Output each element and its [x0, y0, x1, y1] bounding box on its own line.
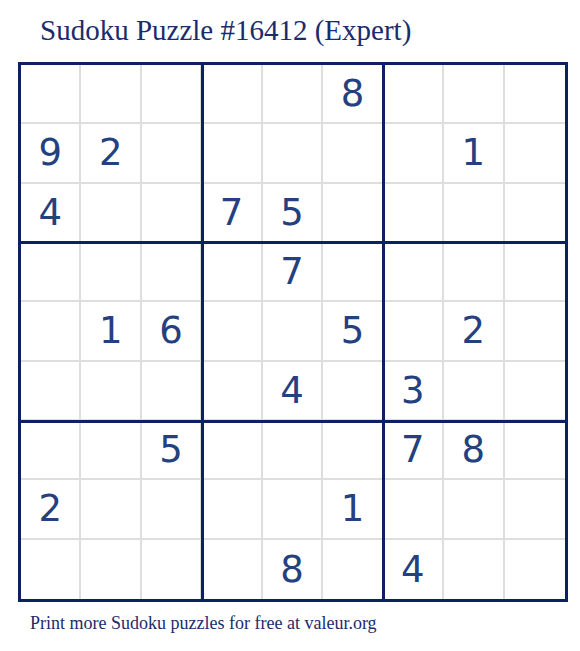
cell-r8c5[interactable]: [263, 480, 323, 539]
cell-r8c1: 2: [21, 480, 81, 539]
cell-r3c6[interactable]: [323, 184, 383, 243]
cell-r1c4[interactable]: [202, 65, 262, 124]
cell-r6c3[interactable]: [142, 362, 202, 421]
cell-r9c6[interactable]: [323, 540, 383, 599]
cell-r1c1[interactable]: [21, 65, 81, 124]
cell-r5c2: 1: [81, 302, 141, 361]
cell-r2c3[interactable]: [142, 124, 202, 183]
cell-r8c8[interactable]: [444, 480, 504, 539]
cell-r4c3[interactable]: [142, 243, 202, 302]
cell-r1c8[interactable]: [444, 65, 504, 124]
cell-r9c1[interactable]: [21, 540, 81, 599]
cell-r9c9[interactable]: [505, 540, 565, 599]
cell-r7c7: 7: [384, 421, 444, 480]
cell-r5c4[interactable]: [202, 302, 262, 361]
cell-r5c1[interactable]: [21, 302, 81, 361]
cell-r2c7[interactable]: [384, 124, 444, 183]
cell-r7c8: 8: [444, 421, 504, 480]
cell-r2c1: 9: [21, 124, 81, 183]
cell-r1c3[interactable]: [142, 65, 202, 124]
cell-r3c4: 7: [202, 184, 262, 243]
cell-r4c7[interactable]: [384, 243, 444, 302]
cell-r4c9[interactable]: [505, 243, 565, 302]
cell-r5c5[interactable]: [263, 302, 323, 361]
cell-r7c3: 5: [142, 421, 202, 480]
cell-r2c8: 1: [444, 124, 504, 183]
cell-r3c9[interactable]: [505, 184, 565, 243]
cell-r7c9[interactable]: [505, 421, 565, 480]
cell-r8c9[interactable]: [505, 480, 565, 539]
sudoku-board: 892147571652435782184: [18, 62, 568, 602]
cell-r6c2[interactable]: [81, 362, 141, 421]
cell-r6c1[interactable]: [21, 362, 81, 421]
cell-r3c2[interactable]: [81, 184, 141, 243]
cell-r1c9[interactable]: [505, 65, 565, 124]
cell-r5c3: 6: [142, 302, 202, 361]
cell-r2c5[interactable]: [263, 124, 323, 183]
cell-r4c1[interactable]: [21, 243, 81, 302]
cell-r6c8[interactable]: [444, 362, 504, 421]
cell-r5c7[interactable]: [384, 302, 444, 361]
cell-r6c4[interactable]: [202, 362, 262, 421]
cell-r4c2[interactable]: [81, 243, 141, 302]
cell-r3c8[interactable]: [444, 184, 504, 243]
cell-r2c6[interactable]: [323, 124, 383, 183]
cell-r1c6: 8: [323, 65, 383, 124]
cell-r3c5: 5: [263, 184, 323, 243]
cell-r8c7[interactable]: [384, 480, 444, 539]
cell-r5c8: 2: [444, 302, 504, 361]
cell-r1c5[interactable]: [263, 65, 323, 124]
cell-r7c2[interactable]: [81, 421, 141, 480]
cell-r6c7: 3: [384, 362, 444, 421]
cell-r1c2[interactable]: [81, 65, 141, 124]
cell-r4c8[interactable]: [444, 243, 504, 302]
cell-r1c7[interactable]: [384, 65, 444, 124]
cell-r5c6: 5: [323, 302, 383, 361]
cell-r9c7: 4: [384, 540, 444, 599]
cell-r4c6[interactable]: [323, 243, 383, 302]
cell-r7c6[interactable]: [323, 421, 383, 480]
cell-r9c4[interactable]: [202, 540, 262, 599]
cell-r6c6[interactable]: [323, 362, 383, 421]
cell-r3c1: 4: [21, 184, 81, 243]
cell-r7c4[interactable]: [202, 421, 262, 480]
footer-text: Print more Sudoku puzzles for free at va…: [30, 613, 377, 635]
cell-r2c4[interactable]: [202, 124, 262, 183]
cell-r7c1[interactable]: [21, 421, 81, 480]
cell-r8c4[interactable]: [202, 480, 262, 539]
page-title: Sudoku Puzzle #16412 (Expert): [40, 16, 411, 45]
cell-r5c9[interactable]: [505, 302, 565, 361]
cell-r3c3[interactable]: [142, 184, 202, 243]
cell-r9c2[interactable]: [81, 540, 141, 599]
cell-r2c9[interactable]: [505, 124, 565, 183]
cell-r8c3[interactable]: [142, 480, 202, 539]
cell-r9c5: 8: [263, 540, 323, 599]
cell-r8c2[interactable]: [81, 480, 141, 539]
cell-r8c6: 1: [323, 480, 383, 539]
cell-r9c3[interactable]: [142, 540, 202, 599]
cell-r4c4[interactable]: [202, 243, 262, 302]
cell-r3c7[interactable]: [384, 184, 444, 243]
cell-r2c2: 2: [81, 124, 141, 183]
cell-r6c9[interactable]: [505, 362, 565, 421]
cell-r9c8[interactable]: [444, 540, 504, 599]
cell-r7c5[interactable]: [263, 421, 323, 480]
cell-r6c5: 4: [263, 362, 323, 421]
cell-r4c5: 7: [263, 243, 323, 302]
